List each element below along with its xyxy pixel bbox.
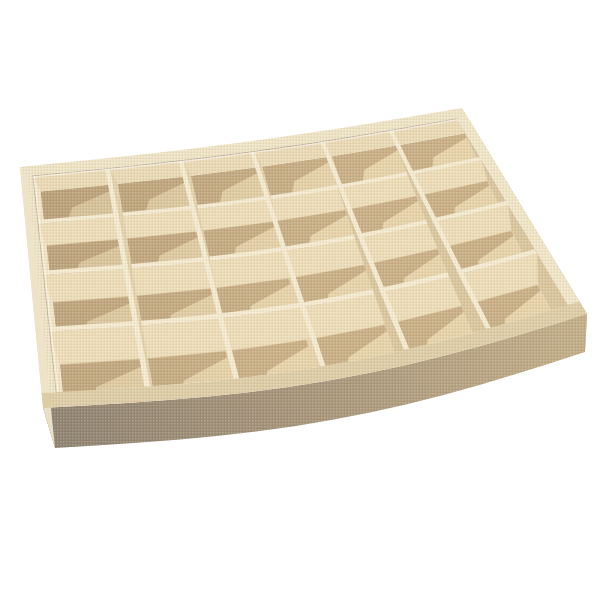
jewelry-tray-scene [0,0,600,600]
product-photo-jewelry-tray [0,0,600,600]
